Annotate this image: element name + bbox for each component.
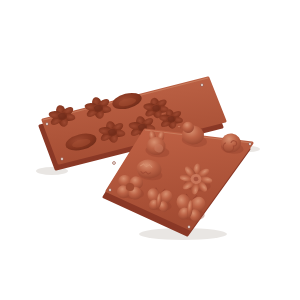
pansy-bump: [116, 174, 144, 200]
scene-canvas: [0, 0, 300, 300]
corner-hole: [61, 158, 64, 161]
corner-hole: [46, 123, 49, 126]
corner-hole: [113, 162, 116, 165]
corner-hole: [188, 226, 191, 229]
product-photo: [0, 0, 300, 300]
corner-hole: [109, 189, 112, 192]
corner-hole: [201, 84, 204, 87]
corner-hole: [249, 143, 252, 146]
